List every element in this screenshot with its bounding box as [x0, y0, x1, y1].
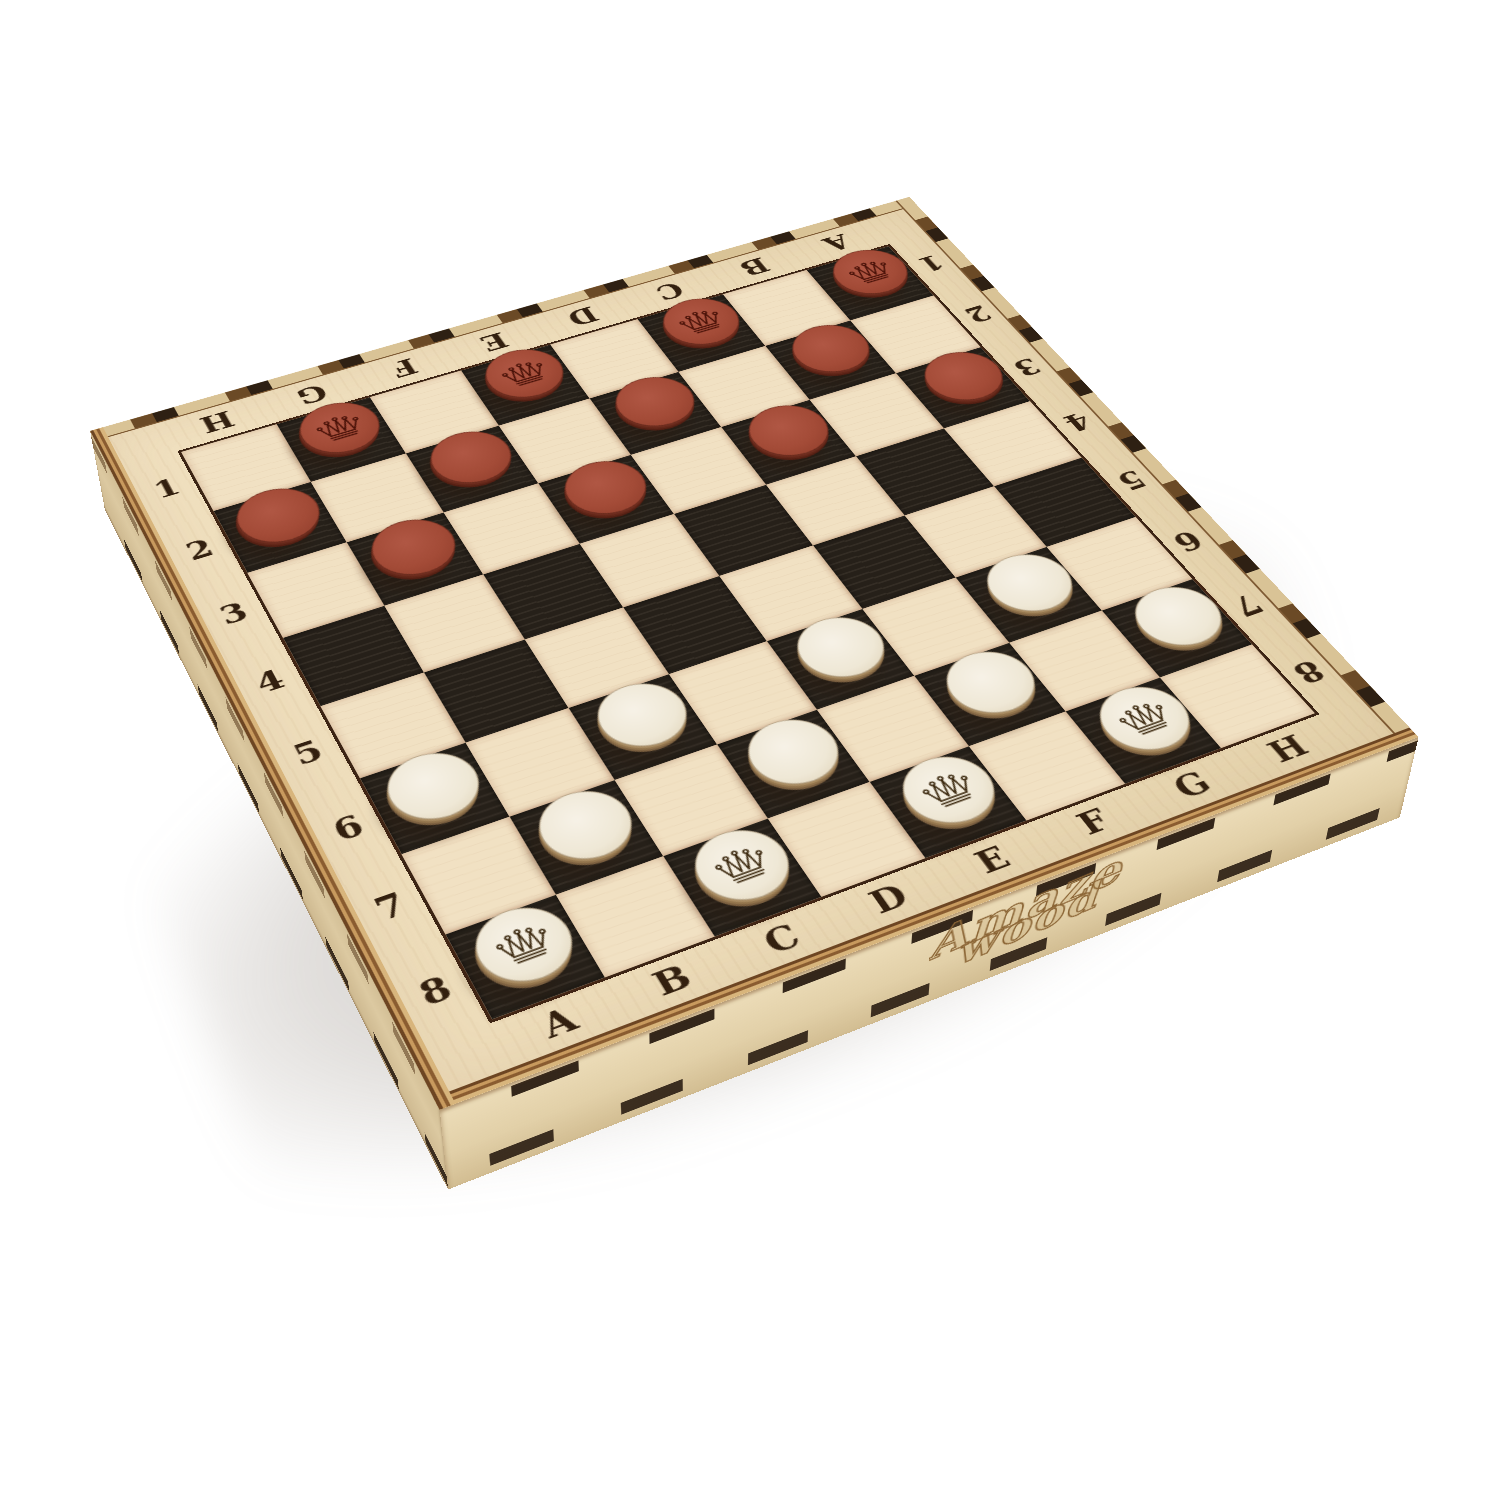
crown-engraving: [485, 917, 562, 971]
crown-engraving: [911, 765, 986, 814]
crown-engraving: [704, 839, 780, 890]
product-photo-scene: HGFEDCBA ABCDEFGH 12345678 12345678 Amaz…: [0, 0, 1500, 1500]
crown-engraving: [840, 256, 901, 288]
crown-engraving: [1108, 695, 1182, 741]
crown-engraving: [670, 305, 732, 339]
crown-engraving: [493, 356, 555, 391]
crown-engraving: [308, 409, 371, 446]
